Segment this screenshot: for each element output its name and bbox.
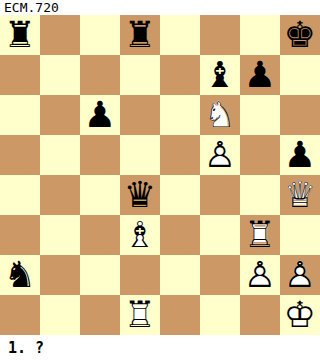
square-e2[interactable]: [160, 255, 200, 295]
square-h5[interactable]: ♟: [280, 135, 320, 175]
square-c7[interactable]: [80, 55, 120, 95]
piece-white-king-fill: ♚: [280, 295, 320, 335]
square-c3[interactable]: [80, 215, 120, 255]
square-e6[interactable]: [160, 95, 200, 135]
square-h1[interactable]: ♚♔: [280, 295, 320, 335]
piece-white-queen[interactable]: ♕: [280, 175, 320, 215]
square-f8[interactable]: [200, 15, 240, 55]
square-a5[interactable]: [0, 135, 40, 175]
square-b2[interactable]: [40, 255, 80, 295]
square-c8[interactable]: [80, 15, 120, 55]
square-b1[interactable]: [40, 295, 80, 335]
square-a3[interactable]: [0, 215, 40, 255]
square-f6[interactable]: ♞♘: [200, 95, 240, 135]
square-h3[interactable]: [280, 215, 320, 255]
square-b3[interactable]: [40, 215, 80, 255]
chess-board: ♜♜♚♝♟♟♞♘♟♙♟♛♛♕♝♗♜♖♞♟♙♟♙♜♖♚♔: [0, 15, 320, 335]
square-e8[interactable]: [160, 15, 200, 55]
square-b8[interactable]: [40, 15, 80, 55]
square-d8[interactable]: ♜: [120, 15, 160, 55]
square-d5[interactable]: [120, 135, 160, 175]
move-prompt: 1. ?: [8, 339, 44, 357]
piece-black-pawn[interactable]: ♟: [80, 95, 120, 135]
square-b4[interactable]: [40, 175, 80, 215]
piece-white-rook[interactable]: ♖: [120, 295, 160, 335]
square-a7[interactable]: [0, 55, 40, 95]
square-g7[interactable]: ♟: [240, 55, 280, 95]
piece-white-pawn[interactable]: ♙: [200, 135, 240, 175]
piece-white-king[interactable]: ♔: [280, 295, 320, 335]
square-h4[interactable]: ♛♕: [280, 175, 320, 215]
square-e4[interactable]: [160, 175, 200, 215]
piece-black-king[interactable]: ♚: [280, 15, 320, 55]
square-f5[interactable]: ♟♙: [200, 135, 240, 175]
square-d4[interactable]: ♛: [120, 175, 160, 215]
piece-black-rook[interactable]: ♜: [0, 15, 40, 55]
square-d1[interactable]: ♜♖: [120, 295, 160, 335]
square-h8[interactable]: ♚: [280, 15, 320, 55]
square-c1[interactable]: [80, 295, 120, 335]
piece-white-pawn[interactable]: ♙: [240, 255, 280, 295]
square-d7[interactable]: [120, 55, 160, 95]
piece-white-pawn-fill: ♟: [240, 255, 280, 295]
piece-white-pawn[interactable]: ♙: [280, 255, 320, 295]
square-e7[interactable]: [160, 55, 200, 95]
piece-white-queen-fill: ♛: [280, 175, 320, 215]
square-e3[interactable]: [160, 215, 200, 255]
square-f2[interactable]: [200, 255, 240, 295]
square-d2[interactable]: [120, 255, 160, 295]
piece-white-knight-fill: ♞: [200, 95, 240, 135]
square-d3[interactable]: ♝♗: [120, 215, 160, 255]
square-f4[interactable]: [200, 175, 240, 215]
piece-white-knight[interactable]: ♘: [200, 95, 240, 135]
piece-white-rook-fill: ♜: [120, 295, 160, 335]
square-a8[interactable]: ♜: [0, 15, 40, 55]
square-f7[interactable]: ♝: [200, 55, 240, 95]
piece-black-rook[interactable]: ♜: [120, 15, 160, 55]
square-e1[interactable]: [160, 295, 200, 335]
square-e5[interactable]: [160, 135, 200, 175]
square-h2[interactable]: ♟♙: [280, 255, 320, 295]
footer: 1. ?: [0, 335, 320, 360]
square-c5[interactable]: [80, 135, 120, 175]
square-b7[interactable]: [40, 55, 80, 95]
square-g6[interactable]: [240, 95, 280, 135]
piece-black-pawn[interactable]: ♟: [240, 55, 280, 95]
square-a2[interactable]: ♞: [0, 255, 40, 295]
square-b6[interactable]: [40, 95, 80, 135]
square-d6[interactable]: [120, 95, 160, 135]
piece-black-pawn[interactable]: ♟: [280, 135, 320, 175]
piece-black-bishop[interactable]: ♝: [200, 55, 240, 95]
square-g4[interactable]: [240, 175, 280, 215]
piece-white-rook-fill: ♜: [240, 215, 280, 255]
piece-black-knight[interactable]: ♞: [0, 255, 40, 295]
square-g1[interactable]: [240, 295, 280, 335]
piece-white-bishop[interactable]: ♗: [120, 215, 160, 255]
piece-white-bishop-fill: ♝: [120, 215, 160, 255]
piece-white-rook[interactable]: ♖: [240, 215, 280, 255]
piece-black-queen[interactable]: ♛: [120, 175, 160, 215]
square-c6[interactable]: ♟: [80, 95, 120, 135]
piece-white-pawn-fill: ♟: [280, 255, 320, 295]
piece-white-pawn-fill: ♟: [200, 135, 240, 175]
square-g8[interactable]: [240, 15, 280, 55]
square-g3[interactable]: ♜♖: [240, 215, 280, 255]
square-h7[interactable]: [280, 55, 320, 95]
square-g2[interactable]: ♟♙: [240, 255, 280, 295]
square-f3[interactable]: [200, 215, 240, 255]
chess-diagram-window: ECM.720 ♜♜♚♝♟♟♞♘♟♙♟♛♛♕♝♗♜♖♞♟♙♟♙♜♖♚♔ 1. ?: [0, 0, 320, 360]
square-a4[interactable]: [0, 175, 40, 215]
diagram-title: ECM.720: [4, 0, 59, 15]
square-g5[interactable]: [240, 135, 280, 175]
square-a6[interactable]: [0, 95, 40, 135]
square-a1[interactable]: [0, 295, 40, 335]
square-f1[interactable]: [200, 295, 240, 335]
square-c2[interactable]: [80, 255, 120, 295]
title-bar: ECM.720: [0, 0, 320, 15]
square-b5[interactable]: [40, 135, 80, 175]
square-c4[interactable]: [80, 175, 120, 215]
square-h6[interactable]: [280, 95, 320, 135]
